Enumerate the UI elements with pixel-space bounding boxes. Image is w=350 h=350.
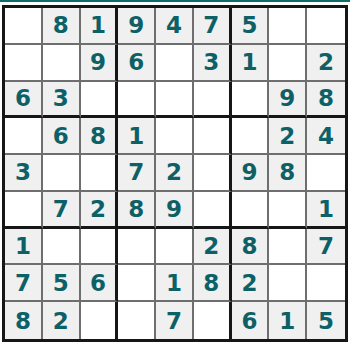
cell-r7c5[interactable] <box>156 229 194 266</box>
cell-r4c7[interactable] <box>232 118 270 155</box>
cell-r4c2[interactable]: 6 <box>43 118 81 155</box>
top-accent-line <box>0 0 350 2</box>
cell-r9c2[interactable]: 2 <box>43 302 81 339</box>
cell-r5c6[interactable] <box>194 155 232 192</box>
cell-r5c1[interactable]: 3 <box>5 155 43 192</box>
cell-r9c8[interactable]: 1 <box>269 302 307 339</box>
cell-r5c5[interactable]: 2 <box>156 155 194 192</box>
cell-r2c7[interactable]: 1 <box>232 45 270 82</box>
cell-r5c4[interactable]: 7 <box>118 155 156 192</box>
cell-r1c6[interactable]: 7 <box>194 8 232 45</box>
cell-r7c1[interactable]: 1 <box>5 229 43 266</box>
cell-r5c8[interactable]: 8 <box>269 155 307 192</box>
cell-r3c6[interactable] <box>194 82 232 119</box>
cell-r4c4[interactable]: 1 <box>118 118 156 155</box>
cell-r7c9[interactable]: 7 <box>307 229 345 266</box>
cell-r4c5[interactable] <box>156 118 194 155</box>
cell-r5c2[interactable] <box>43 155 81 192</box>
cell-r9c4[interactable] <box>118 302 156 339</box>
cell-r3c5[interactable] <box>156 82 194 119</box>
cell-r1c3[interactable]: 1 <box>81 8 119 45</box>
cell-r7c8[interactable] <box>269 229 307 266</box>
cell-r8c6[interactable]: 8 <box>194 265 232 302</box>
cell-r2c2[interactable] <box>43 45 81 82</box>
cell-r2c4[interactable]: 6 <box>118 45 156 82</box>
cell-r9c5[interactable]: 7 <box>156 302 194 339</box>
cell-r9c3[interactable] <box>81 302 119 339</box>
cell-r1c4[interactable]: 9 <box>118 8 156 45</box>
cell-r4c6[interactable] <box>194 118 232 155</box>
cell-r8c3[interactable]: 6 <box>81 265 119 302</box>
cell-r8c5[interactable]: 1 <box>156 265 194 302</box>
cell-r7c4[interactable] <box>118 229 156 266</box>
cell-r5c9[interactable] <box>307 155 345 192</box>
cell-r9c1[interactable]: 8 <box>5 302 43 339</box>
cell-r4c9[interactable]: 4 <box>307 118 345 155</box>
cell-r6c5[interactable]: 9 <box>156 192 194 229</box>
cell-r6c3[interactable]: 2 <box>81 192 119 229</box>
cell-r3c9[interactable]: 8 <box>307 82 345 119</box>
cell-r2c1[interactable] <box>5 45 43 82</box>
cell-r3c4[interactable] <box>118 82 156 119</box>
cell-r8c8[interactable] <box>269 265 307 302</box>
cell-r7c3[interactable] <box>81 229 119 266</box>
cell-r4c1[interactable] <box>5 118 43 155</box>
cell-r1c7[interactable]: 5 <box>232 8 270 45</box>
cell-r1c9[interactable] <box>307 8 345 45</box>
cell-r6c6[interactable] <box>194 192 232 229</box>
cell-r7c2[interactable] <box>43 229 81 266</box>
cell-r4c8[interactable]: 2 <box>269 118 307 155</box>
cell-r9c6[interactable] <box>194 302 232 339</box>
cell-r6c9[interactable]: 1 <box>307 192 345 229</box>
cell-r3c7[interactable] <box>232 82 270 119</box>
cell-r7c6[interactable]: 2 <box>194 229 232 266</box>
cell-r9c7[interactable]: 6 <box>232 302 270 339</box>
cell-r6c1[interactable] <box>5 192 43 229</box>
cell-r2c8[interactable] <box>269 45 307 82</box>
cell-r2c5[interactable] <box>156 45 194 82</box>
cell-r8c9[interactable] <box>307 265 345 302</box>
cell-r1c1[interactable] <box>5 8 43 45</box>
cell-r9c9[interactable]: 5 <box>307 302 345 339</box>
cell-r2c6[interactable]: 3 <box>194 45 232 82</box>
cell-r6c4[interactable]: 8 <box>118 192 156 229</box>
cell-r1c2[interactable]: 8 <box>43 8 81 45</box>
cell-r3c2[interactable]: 3 <box>43 82 81 119</box>
cell-r3c3[interactable] <box>81 82 119 119</box>
cell-r1c8[interactable] <box>269 8 307 45</box>
cell-r8c1[interactable]: 7 <box>5 265 43 302</box>
cell-r1c5[interactable]: 4 <box>156 8 194 45</box>
cell-r2c9[interactable]: 2 <box>307 45 345 82</box>
cell-r3c8[interactable]: 9 <box>269 82 307 119</box>
cell-r8c7[interactable]: 2 <box>232 265 270 302</box>
sudoku-board: 8194759631263986812437298728911287756182… <box>2 5 348 342</box>
cell-r2c3[interactable]: 9 <box>81 45 119 82</box>
cell-r5c3[interactable] <box>81 155 119 192</box>
cell-r3c1[interactable]: 6 <box>5 82 43 119</box>
cell-r6c8[interactable] <box>269 192 307 229</box>
cell-r6c7[interactable] <box>232 192 270 229</box>
cell-r8c2[interactable]: 5 <box>43 265 81 302</box>
cell-r7c7[interactable]: 8 <box>232 229 270 266</box>
cell-r5c7[interactable]: 9 <box>232 155 270 192</box>
cell-r8c4[interactable] <box>118 265 156 302</box>
cell-r6c2[interactable]: 7 <box>43 192 81 229</box>
cell-r4c3[interactable]: 8 <box>81 118 119 155</box>
